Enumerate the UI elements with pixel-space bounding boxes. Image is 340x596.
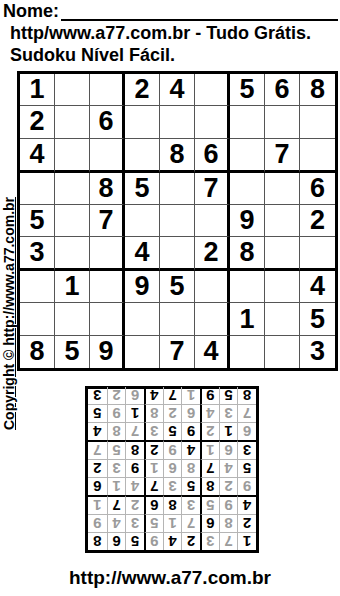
puzzle-cell-r8c3 (90, 303, 125, 335)
puzzle-cell-r5c1: 5 (20, 205, 55, 237)
solution-cell-r3c9: 1 (88, 495, 107, 514)
solution-cell-r4c6: 7 (144, 477, 163, 495)
solution-cell-r5c2: 4 (219, 459, 238, 477)
solution-cell-r2c7: 3 (125, 514, 144, 532)
solution-cell-r7c2: 1 (219, 422, 238, 440)
puzzle-cell-r9c9: 3 (300, 336, 335, 368)
solution-cell-r2c4: 7 (181, 514, 200, 532)
puzzle-cell-r5c9: 2 (300, 205, 335, 237)
solution-cell-r3c3: 5 (200, 495, 219, 514)
puzzle-cell-r2c8 (265, 106, 300, 138)
puzzle-cell-r3c2 (55, 139, 90, 173)
puzzle-cell-r1c1: 1 (20, 74, 55, 106)
solution-cell-r1c6: 9 (144, 532, 163, 550)
puzzle-cell-r4c7 (230, 173, 265, 205)
solution-cell-r6c3: 1 (200, 440, 219, 459)
puzzle-cell-r8c4 (125, 303, 160, 335)
puzzle-cell-r9c7 (230, 336, 265, 368)
puzzle-cell-r8c7: 1 (230, 303, 265, 335)
copyright-link[interactable]: Copyright © http://www.a77.com.br (1, 197, 17, 430)
solution-cell-r5c8: 3 (107, 459, 126, 477)
puzzle-cell-r1c3 (90, 74, 125, 106)
solution-cell-r5c1: 5 (237, 459, 256, 477)
solution-cell-r8c6: 8 (144, 404, 163, 422)
puzzle-cell-r3c9 (300, 139, 335, 173)
puzzle-cell-r9c3: 9 (90, 336, 125, 368)
solution-cell-r1c7: 5 (125, 532, 144, 550)
solution-cell-r6c9: 7 (88, 440, 107, 459)
puzzle-cell-r7c6 (195, 271, 230, 303)
puzzle-cell-r5c7: 9 (230, 205, 265, 237)
solution-grid: 1732495682867153494953862719285374165478… (85, 386, 259, 553)
solution-cell-r5c4: 8 (181, 459, 200, 477)
solution-cell-r4c1: 9 (237, 477, 256, 495)
solution-cell-r3c6: 6 (144, 495, 163, 514)
puzzle-cell-r1c9: 8 (300, 74, 335, 106)
puzzle-cell-r1c8: 6 (265, 74, 300, 106)
puzzle-cell-r1c6 (195, 74, 230, 106)
puzzle-cell-r3c5: 8 (160, 139, 195, 173)
solution-cell-r1c1: 1 (237, 532, 256, 550)
puzzle-cell-r2c6 (195, 106, 230, 138)
solution-cell-r9c2: 5 (219, 387, 238, 404)
puzzle-cell-r8c8 (265, 303, 300, 335)
puzzle-cell-r7c9: 4 (300, 271, 335, 303)
solution-cell-r3c1: 4 (237, 495, 256, 514)
puzzle-cell-r1c7: 5 (230, 74, 265, 106)
solution-cell-r8c8: 9 (107, 404, 126, 422)
puzzle-cell-r6c7: 8 (230, 237, 265, 271)
puzzle-cell-r1c5: 4 (160, 74, 195, 106)
solution-cell-r9c9: 3 (88, 387, 107, 404)
solution-cell-r2c8: 4 (107, 514, 126, 532)
solution-cell-r9c7: 6 (125, 387, 144, 404)
solution-cell-r7c7: 7 (125, 422, 144, 440)
puzzle-cell-r3c4 (125, 139, 160, 173)
solution-cell-r5c5: 6 (163, 459, 182, 477)
puzzle-cell-r2c7 (230, 106, 265, 138)
solution-cell-r9c4: 1 (181, 387, 200, 404)
solution-cell-r6c1: 3 (237, 440, 256, 459)
puzzle-cell-r2c1: 2 (20, 106, 55, 138)
site-tagline: http/www.a77.com.br - Tudo Grátis. (10, 23, 311, 44)
puzzle-cell-r9c6: 4 (195, 336, 230, 368)
puzzle-cell-r3c1: 4 (20, 139, 55, 173)
puzzle-cell-r2c5 (160, 106, 195, 138)
solution-cell-r3c7: 2 (125, 495, 144, 514)
puzzle-cell-r6c6: 2 (195, 237, 230, 271)
puzzle-cell-r6c1: 3 (20, 237, 55, 271)
puzzle-cell-r4c2 (55, 173, 90, 205)
puzzle-cell-r5c6 (195, 205, 230, 237)
puzzle-cell-r5c4 (125, 205, 160, 237)
puzzle-cell-r8c9: 5 (300, 303, 335, 335)
puzzle-cell-r6c3 (90, 237, 125, 271)
solution-cell-r7c8: 8 (107, 422, 126, 440)
puzzle-cell-r7c7 (230, 271, 265, 303)
puzzle-cell-r8c5 (160, 303, 195, 335)
puzzle-cell-r7c3 (90, 271, 125, 303)
solution-cell-r7c3: 2 (200, 422, 219, 440)
puzzle-cell-r9c5: 7 (160, 336, 195, 368)
solution-cell-r8c2: 3 (219, 404, 238, 422)
solution-cell-r1c9: 8 (88, 532, 107, 550)
solution-cell-r1c2: 7 (219, 532, 238, 550)
solution-cell-r9c5: 7 (163, 387, 182, 404)
solution-cell-r6c6: 2 (144, 440, 163, 459)
solution-cell-r2c6: 5 (144, 514, 163, 532)
solution-cell-r2c9: 9 (88, 514, 107, 532)
puzzle-cell-r2c2 (55, 106, 90, 138)
puzzle-cell-r6c4: 4 (125, 237, 160, 271)
solution-cell-r2c1: 2 (237, 514, 256, 532)
puzzle-cell-r3c3 (90, 139, 125, 173)
puzzle-cell-r4c3: 8 (90, 173, 125, 205)
puzzle-cell-r4c9: 6 (300, 173, 335, 205)
solution-cell-r7c4: 9 (181, 422, 200, 440)
puzzle-cell-r2c4 (125, 106, 160, 138)
solution-cell-r1c8: 6 (107, 532, 126, 550)
solution-cell-r9c6: 4 (144, 387, 163, 404)
puzzle-cell-r3c8: 7 (265, 139, 300, 173)
solution-cell-r1c4: 2 (181, 532, 200, 550)
puzzle-cell-r4c4: 5 (125, 173, 160, 205)
puzzle-cell-r7c4: 9 (125, 271, 160, 303)
solution-cell-r7c1: 6 (237, 422, 256, 440)
puzzle-cell-r7c2: 1 (55, 271, 90, 303)
solution-cell-r7c9: 4 (88, 422, 107, 440)
solution-cell-r6c8: 5 (107, 440, 126, 459)
solution-cell-r3c8: 7 (107, 495, 126, 514)
solution-cell-r2c2: 8 (219, 514, 238, 532)
puzzle-cell-r1c2 (55, 74, 90, 106)
solution-cell-r1c3: 3 (200, 532, 219, 550)
solution-cell-r8c9: 5 (88, 404, 107, 422)
solution-cell-r4c9: 6 (88, 477, 107, 495)
solution-cell-r9c8: 2 (107, 387, 126, 404)
solution-cell-r6c4: 4 (181, 440, 200, 459)
solution-cell-r4c7: 4 (125, 477, 144, 495)
solution-cell-r6c5: 9 (163, 440, 182, 459)
puzzle-cell-r6c9 (300, 237, 335, 271)
solution-cell-r4c4: 5 (181, 477, 200, 495)
puzzle-cell-r7c1 (20, 271, 55, 303)
puzzle-cell-r1c4: 2 (125, 74, 160, 106)
puzzle-cell-r9c2: 5 (55, 336, 90, 368)
solution-cell-r4c5: 3 (163, 477, 182, 495)
solution-cell-r8c7: 1 (125, 404, 144, 422)
solution-cell-r8c3: 4 (200, 404, 219, 422)
puzzle-difficulty-title: Sudoku Nível Fácil. (10, 45, 175, 66)
solution-cell-r5c3: 7 (200, 459, 219, 477)
puzzle-cell-r4c8 (265, 173, 300, 205)
solution-cell-r7c6: 3 (144, 422, 163, 440)
puzzle-cell-r4c6: 7 (195, 173, 230, 205)
solution-cell-r8c1: 7 (237, 404, 256, 422)
solution-cell-r3c5: 8 (163, 495, 182, 514)
solution-cell-r9c3: 9 (200, 387, 219, 404)
solution-cell-r6c2: 6 (219, 440, 238, 459)
puzzle-cell-r7c8 (265, 271, 300, 303)
puzzle-cell-r6c5 (160, 237, 195, 271)
solution-cell-r6c7: 8 (125, 440, 144, 459)
puzzle-cell-r6c2 (55, 237, 90, 271)
puzzle-grid: 124568264867857657923428195415859743 (17, 71, 338, 371)
puzzle-cell-r4c5 (160, 173, 195, 205)
name-blank-line (61, 1, 338, 21)
solution-cell-r7c5: 5 (163, 422, 182, 440)
solution-cell-r3c4: 3 (181, 495, 200, 514)
name-label: Nome: (3, 1, 59, 21)
puzzle-cell-r7c5: 5 (160, 271, 195, 303)
solution-cell-r5c7: 9 (125, 459, 144, 477)
puzzle-cell-r2c3: 6 (90, 106, 125, 138)
solution-cell-r5c6: 1 (144, 459, 163, 477)
solution-cell-r3c2: 9 (219, 495, 238, 514)
puzzle-cell-r2c9 (300, 106, 335, 138)
solution-cell-r9c1: 8 (237, 387, 256, 404)
puzzle-cell-r5c2 (55, 205, 90, 237)
puzzle-cell-r9c1: 8 (20, 336, 55, 368)
puzzle-cell-r3c7 (230, 139, 265, 173)
puzzle-cell-r8c2 (55, 303, 90, 335)
solution-cell-r2c5: 1 (163, 514, 182, 532)
puzzle-cell-r5c3: 7 (90, 205, 125, 237)
puzzle-cell-r8c6 (195, 303, 230, 335)
name-row: Nome: (3, 1, 338, 21)
solution-cell-r4c2: 2 (219, 477, 238, 495)
solution-cell-r4c8: 1 (107, 477, 126, 495)
puzzle-cell-r6c8 (265, 237, 300, 271)
puzzle-cell-r8c1 (20, 303, 55, 335)
solution-cell-r5c9: 2 (88, 459, 107, 477)
solution-cell-r8c4: 6 (181, 404, 200, 422)
puzzle-cell-r9c8 (265, 336, 300, 368)
solution-cell-r8c5: 2 (163, 404, 182, 422)
puzzle-cell-r5c5 (160, 205, 195, 237)
puzzle-cell-r5c8 (265, 205, 300, 237)
solution-cell-r4c3: 8 (200, 477, 219, 495)
footer-url: http://www.a77.com.br (0, 567, 340, 589)
solution-cell-r2c3: 6 (200, 514, 219, 532)
solution-cell-r1c5: 4 (163, 532, 182, 550)
puzzle-cell-r3c6: 6 (195, 139, 230, 173)
puzzle-cell-r9c4 (125, 336, 160, 368)
puzzle-cell-r4c1 (20, 173, 55, 205)
